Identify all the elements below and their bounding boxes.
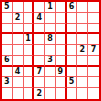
cell-r9c3[interactable] [24, 88, 35, 99]
cell-r4c4[interactable] [34, 34, 45, 45]
cell-r9c6[interactable] [56, 88, 67, 99]
cell-r5c4[interactable] [34, 45, 45, 56]
cell-r7c1[interactable] [2, 67, 13, 78]
cell-r7c4[interactable]: 7 [34, 67, 45, 78]
cell-r8c4[interactable] [34, 77, 45, 88]
cell-r3c8[interactable] [77, 24, 88, 35]
cell-r8c2[interactable] [13, 77, 24, 88]
cell-r1c6[interactable] [56, 2, 67, 13]
cell-r9c7[interactable] [67, 88, 78, 99]
cell-r8c7[interactable]: 5 [67, 77, 78, 88]
cell-r5c1[interactable] [2, 45, 13, 56]
cell-r7c9[interactable] [88, 67, 99, 78]
cell-r4c3[interactable]: 1 [24, 34, 35, 45]
cell-r6c4[interactable] [34, 56, 45, 67]
cell-r3c2[interactable] [13, 24, 24, 35]
cell-r3c7[interactable] [67, 24, 78, 35]
cell-r9c1[interactable] [2, 88, 13, 99]
cell-r1c1[interactable]: 5 [2, 2, 13, 13]
cell-r9c2[interactable] [13, 88, 24, 99]
cell-r2c1[interactable] [2, 13, 13, 24]
cell-r6c6[interactable] [56, 56, 67, 67]
cell-r2c3[interactable] [24, 13, 35, 24]
cell-r4c1[interactable] [2, 34, 13, 45]
cell-r2c5[interactable] [45, 13, 56, 24]
cell-r5c6[interactable] [56, 45, 67, 56]
cell-r6c9[interactable] [88, 56, 99, 67]
sudoku-board: 51624182763479352 [0, 0, 101, 101]
cell-r8c9[interactable] [88, 77, 99, 88]
cell-r1c4[interactable] [34, 2, 45, 13]
cell-r5c8[interactable]: 2 [77, 45, 88, 56]
cell-r7c6[interactable]: 9 [56, 67, 67, 78]
cell-r6c2[interactable] [13, 56, 24, 67]
cell-r4c2[interactable] [13, 34, 24, 45]
cell-r3c1[interactable] [2, 24, 13, 35]
cell-r9c4[interactable]: 2 [34, 88, 45, 99]
cell-r8c1[interactable]: 3 [2, 77, 13, 88]
cell-r5c5[interactable] [45, 45, 56, 56]
cell-r4c8[interactable] [77, 34, 88, 45]
cell-r6c8[interactable] [77, 56, 88, 67]
cell-r1c5[interactable]: 1 [45, 2, 56, 13]
cell-r9c8[interactable] [77, 88, 88, 99]
cell-r3c4[interactable] [34, 24, 45, 35]
cell-r4c5[interactable]: 8 [45, 34, 56, 45]
cell-r3c5[interactable] [45, 24, 56, 35]
cell-r7c2[interactable]: 4 [13, 67, 24, 78]
cell-r8c8[interactable] [77, 77, 88, 88]
cell-r1c2[interactable] [13, 2, 24, 13]
cell-r4c7[interactable] [67, 34, 78, 45]
cell-r6c7[interactable] [67, 56, 78, 67]
cell-r6c5[interactable]: 3 [45, 56, 56, 67]
cell-r2c2[interactable]: 2 [13, 13, 24, 24]
cell-r5c2[interactable] [13, 45, 24, 56]
cell-r7c3[interactable] [24, 67, 35, 78]
cell-r6c3[interactable] [24, 56, 35, 67]
cell-r8c6[interactable] [56, 77, 67, 88]
cell-r8c5[interactable] [45, 77, 56, 88]
cell-r2c9[interactable] [88, 13, 99, 24]
cell-r4c6[interactable] [56, 34, 67, 45]
cell-r4c9[interactable] [88, 34, 99, 45]
cell-r3c3[interactable] [24, 24, 35, 35]
cell-r3c9[interactable] [88, 24, 99, 35]
cell-r2c8[interactable] [77, 13, 88, 24]
cell-r1c7[interactable]: 6 [67, 2, 78, 13]
cell-r1c8[interactable] [77, 2, 88, 13]
cell-r2c4[interactable]: 4 [34, 13, 45, 24]
cell-r8c3[interactable] [24, 77, 35, 88]
cell-r6c1[interactable]: 6 [2, 56, 13, 67]
cell-r9c9[interactable] [88, 88, 99, 99]
cell-r2c7[interactable] [67, 13, 78, 24]
cell-r3c6[interactable] [56, 24, 67, 35]
cell-r2c6[interactable] [56, 13, 67, 24]
cell-r5c3[interactable] [24, 45, 35, 56]
cell-r7c5[interactable] [45, 67, 56, 78]
cell-r9c5[interactable] [45, 88, 56, 99]
cell-r7c8[interactable] [77, 67, 88, 78]
cell-r1c3[interactable] [24, 2, 35, 13]
cell-r5c7[interactable] [67, 45, 78, 56]
cell-r1c9[interactable] [88, 2, 99, 13]
cell-r7c7[interactable] [67, 67, 78, 78]
cell-r5c9[interactable]: 7 [88, 45, 99, 56]
